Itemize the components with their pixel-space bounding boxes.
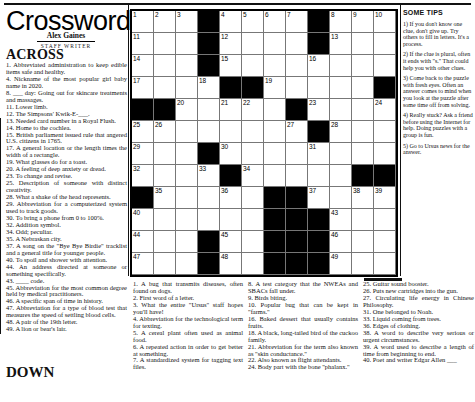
clue-item: 18. A black, long-tailed bird of the cuc… <box>248 330 358 344</box>
grid-cell[interactable] <box>242 231 264 253</box>
grid-cell[interactable] <box>154 55 176 77</box>
clue-item: 40. Poet and writer Edgar Allen ___ <box>363 357 474 364</box>
grid-cell-black <box>308 209 330 231</box>
grid-cell[interactable] <box>330 187 352 209</box>
grid-cell[interactable] <box>242 187 264 209</box>
grid-cell[interactable]: 25 <box>132 121 154 143</box>
tip-item: 1) If you don't know one clue, don't giv… <box>403 21 474 47</box>
grid-cell[interactable]: 22 <box>242 99 264 121</box>
down-clue-list-col1: 1. A bug that transmits diseases, often … <box>133 281 243 371</box>
grid-cell[interactable] <box>308 77 330 99</box>
grid-cell-black <box>198 11 220 33</box>
grid-cell-black <box>308 231 330 253</box>
page-edge-rule <box>0 118 1 334</box>
grid-cell[interactable]: 10 <box>374 11 396 33</box>
grid-cell[interactable]: 49 <box>330 253 352 275</box>
grid-cell[interactable] <box>286 143 308 165</box>
cell-number: 43 <box>331 209 338 216</box>
grid-cell[interactable] <box>176 121 198 143</box>
grid-cell[interactable]: 40 <box>132 209 154 231</box>
grid-cell[interactable] <box>154 231 176 253</box>
cell-number: 12 <box>221 33 228 40</box>
cell-number: 46 <box>331 231 338 238</box>
clue-item: 4. Abbreviation for the technological te… <box>133 316 243 330</box>
tip-item: 2) If the clue is plural, often it ends … <box>403 51 474 71</box>
cell-number: 20 <box>177 99 184 106</box>
grid-cell-black <box>198 55 220 77</box>
cell-number: 9 <box>353 11 357 18</box>
grid-cell[interactable]: 16 <box>308 55 330 77</box>
grid-cell[interactable]: 7 <box>286 11 308 33</box>
cell-number: 44 <box>133 231 140 238</box>
grid-cell-black <box>374 77 396 99</box>
grid-cell-black <box>220 77 242 99</box>
grid-cell-black <box>220 165 242 187</box>
clue-item: 15. British parliament issued rule that … <box>6 132 127 146</box>
grid-cell-black <box>286 231 308 253</box>
cell-number: 15 <box>221 55 228 62</box>
cell-number: 28 <box>331 121 338 128</box>
tips-list: 1) If you don't know one clue, don't giv… <box>403 21 474 156</box>
cell-number: 29 <box>133 143 140 150</box>
grid-cell[interactable]: 39 <box>374 187 396 209</box>
grid-cell[interactable]: 32 <box>132 165 154 187</box>
grid-cell[interactable] <box>176 77 198 99</box>
grid-cell[interactable] <box>154 165 176 187</box>
down-clue-list-col3: 25. Guitar sound booster.26. Puts new ca… <box>363 281 474 364</box>
grid-cell[interactable] <box>352 209 374 231</box>
clue-item: 44. An address directed at someone or so… <box>6 264 127 278</box>
grid-cell-black <box>308 11 330 33</box>
tip-item: 3) Come back to the puzzle with fresh ey… <box>403 75 474 108</box>
grid-cell[interactable]: 24 <box>374 99 396 121</box>
grid-cell[interactable] <box>374 143 396 165</box>
cell-number: 37 <box>309 187 316 194</box>
grid-cell[interactable]: 27 <box>286 121 308 143</box>
grid-cell-black <box>374 165 396 187</box>
clue-item: 17. A general location or the length tim… <box>6 145 127 159</box>
cell-number: 13 <box>331 33 338 40</box>
grid-cell-black <box>286 99 308 121</box>
grid-cell[interactable] <box>154 253 176 275</box>
grid-cell[interactable] <box>220 121 242 143</box>
grid-cell[interactable] <box>154 143 176 165</box>
cell-number: 34 <box>243 165 250 172</box>
grid-cell[interactable]: 3 <box>176 11 198 33</box>
cell-number: 24 <box>375 99 382 106</box>
grid-cell[interactable] <box>264 121 286 143</box>
grid-cell[interactable] <box>154 209 176 231</box>
grid-cell-black <box>308 121 330 143</box>
cell-number: 17 <box>133 77 140 84</box>
grid-cell[interactable]: 33 <box>198 165 220 187</box>
cell-number: 26 <box>155 121 162 128</box>
grid-cell[interactable] <box>286 55 308 77</box>
down-clue-list-col2: 8. A test category that the NWEAs and SB… <box>248 281 358 371</box>
clue-item: 25. Description of someone with distinct… <box>6 180 127 194</box>
grid-cell-black <box>198 33 220 55</box>
grid-cell[interactable]: 11 <box>132 33 154 55</box>
grid-cell[interactable] <box>242 253 264 275</box>
grid-cell[interactable]: 46 <box>330 231 352 253</box>
grid-cell[interactable] <box>264 55 286 77</box>
grid-cell[interactable] <box>242 33 264 55</box>
grid-cell-black <box>132 187 154 209</box>
grid-cell[interactable] <box>374 253 396 275</box>
cell-number: 10 <box>375 11 382 18</box>
grid-cell[interactable] <box>176 55 198 77</box>
grid-cell-black <box>286 209 308 231</box>
grid-cell[interactable] <box>352 33 374 55</box>
clue-item: 39. A word used to describe a length of … <box>363 344 474 358</box>
grid-cell-black <box>352 165 374 187</box>
grid-cell[interactable] <box>352 99 374 121</box>
grid-cell[interactable]: 2 <box>154 11 176 33</box>
grid-cell-black <box>198 143 220 165</box>
grid-cell[interactable] <box>286 33 308 55</box>
grid-cell[interactable] <box>264 99 286 121</box>
grid-cell-black <box>198 231 220 253</box>
cell-number: 8 <box>331 11 335 18</box>
grid-cell[interactable] <box>264 165 286 187</box>
grid-cell[interactable]: 5 <box>242 11 264 33</box>
down-header: DOWN <box>6 364 54 381</box>
grid-cell[interactable]: 8 <box>330 11 352 33</box>
grid-cell-black <box>286 253 308 275</box>
grid-cell[interactable]: 35 <box>154 187 176 209</box>
grid-cell[interactable]: 12 <box>220 33 242 55</box>
grid-cell-black <box>154 99 176 121</box>
grid-cell[interactable] <box>176 33 198 55</box>
cell-number: 2 <box>155 11 159 18</box>
clue-item: 1. Abbreviated administration to keep ed… <box>6 62 127 76</box>
grid-cell[interactable] <box>352 143 374 165</box>
grid-cell[interactable] <box>176 209 198 231</box>
clue-item: 29. Abbreviation for a computerized syst… <box>6 201 127 215</box>
clue-item: 4. Nickname of the most popular girl bab… <box>6 76 127 90</box>
clue-item: 6. A repeated action in order to get bet… <box>133 344 243 358</box>
cell-number: 33 <box>199 165 206 172</box>
clue-item: 21. Abbreviation for the term also known… <box>248 344 358 358</box>
grid-cell-black <box>132 99 154 121</box>
grid-cell[interactable] <box>264 143 286 165</box>
clue-item: 24. Body part with the bone "phalanx." <box>248 364 358 371</box>
cell-number: 21 <box>221 99 228 106</box>
grid-cell[interactable] <box>352 253 374 275</box>
cell-number: 23 <box>309 99 316 106</box>
grid-cell-black <box>264 231 286 253</box>
grid-cell[interactable]: 47 <box>132 253 154 275</box>
grid-cell[interactable]: 38 <box>352 187 374 209</box>
grid-cell[interactable] <box>198 121 220 143</box>
grid-cell[interactable]: 14 <box>132 55 154 77</box>
cell-number: 49 <box>331 253 338 260</box>
grid-cell[interactable] <box>352 77 374 99</box>
grid-cell[interactable] <box>154 33 176 55</box>
grid-cell[interactable]: 17 <box>132 77 154 99</box>
cell-number: 7 <box>287 11 291 18</box>
grid-cell[interactable]: 36 <box>220 187 242 209</box>
grid-cell[interactable]: 18 <box>198 77 220 99</box>
cell-number: 40 <box>133 209 140 216</box>
grid-cell[interactable]: 9 <box>352 11 374 33</box>
grid-cell[interactable] <box>176 253 198 275</box>
grid-cell[interactable] <box>286 77 308 99</box>
grid-cell[interactable] <box>176 165 198 187</box>
grid-cell[interactable] <box>220 209 242 231</box>
cell-number: 18 <box>199 77 206 84</box>
grid-cell[interactable] <box>374 231 396 253</box>
clue-item: 45. Abbreviation for the most common deg… <box>6 285 127 299</box>
grid-cell[interactable] <box>330 55 352 77</box>
cell-number: 47 <box>133 253 140 260</box>
cell-number: 39 <box>375 187 382 194</box>
cell-number: 32 <box>133 165 140 172</box>
grid-cell[interactable] <box>264 33 286 55</box>
grid-cell[interactable] <box>352 121 374 143</box>
cell-number: 48 <box>221 253 228 260</box>
clue-item: 10. Popular bug that can be kept in "far… <box>248 302 358 316</box>
grid-cell-black <box>286 187 308 209</box>
cell-number: 22 <box>243 99 250 106</box>
tip-item: 4) Really stuck? Ask a friend before usi… <box>403 112 474 138</box>
grid-cell[interactable]: 26 <box>154 121 176 143</box>
grid-cell-black <box>198 253 220 275</box>
cell-number: 38 <box>353 187 360 194</box>
grid-cell[interactable] <box>176 187 198 209</box>
crossword-grid[interactable]: 1234567891011121314151617181920212223242… <box>130 9 398 277</box>
byline-author: Alex Gaines <box>8 31 124 40</box>
tips-column: SOME TIPS 1) If you don't know one clue,… <box>403 9 474 160</box>
clue-item: 27. Circulating life energy in Chinese P… <box>363 295 474 309</box>
clue-item: 5. A cereal plant often used as animal f… <box>133 330 243 344</box>
grid-cell[interactable]: 20 <box>176 99 198 121</box>
clue-item: 38. A word to describe very serious or u… <box>363 330 474 344</box>
cell-number: 36 <box>221 187 228 194</box>
grid-cell[interactable] <box>352 55 374 77</box>
column-rule-right <box>400 4 401 276</box>
grid-cell[interactable] <box>242 209 264 231</box>
grid-cell[interactable]: 48 <box>220 253 242 275</box>
cell-number: 19 <box>265 77 272 84</box>
grid-cell-black <box>264 253 286 275</box>
grid-cell[interactable] <box>330 165 352 187</box>
grid-cell[interactable] <box>308 165 330 187</box>
cell-number: 16 <box>309 55 316 62</box>
grid-cell[interactable] <box>330 143 352 165</box>
grid-cell[interactable]: 29 <box>132 143 154 165</box>
column-rule-left <box>128 4 129 276</box>
cell-number: 3 <box>177 11 181 18</box>
grid-cell[interactable]: 28 <box>330 121 352 143</box>
grid-cell[interactable] <box>286 165 308 187</box>
byline-rule <box>37 41 95 42</box>
newspaper-crossword-page: Crossword Alex Gaines STAFF WRITER ACROS… <box>0 0 475 402</box>
clue-item: 49. A lion or bear's lair. <box>6 326 127 333</box>
grid-cell[interactable]: 21 <box>220 99 242 121</box>
grid-cell[interactable]: 6 <box>264 11 286 33</box>
grid-cell[interactable]: 45 <box>220 231 242 253</box>
clue-item: 8. A test category that the NWEAs and SB… <box>248 281 358 295</box>
cell-number: 25 <box>133 121 140 128</box>
clue-item: 7. A standardized system for tagging tex… <box>133 357 243 371</box>
grid-cell[interactable] <box>374 209 396 231</box>
across-clue-list: 1. Abbreviated administration to keep ed… <box>6 62 127 333</box>
grid-cell[interactable]: 1 <box>132 11 154 33</box>
grid-cell[interactable] <box>330 99 352 121</box>
cell-number: 31 <box>309 143 316 150</box>
grid-cell[interactable] <box>330 77 352 99</box>
grid-cell[interactable] <box>198 209 220 231</box>
clue-item: 8. ___ day: Going out for skincare treat… <box>6 90 127 104</box>
grid-cell-black <box>308 253 330 275</box>
grid-cell-black <box>242 77 264 99</box>
grid-cell[interactable]: 15 <box>220 55 242 77</box>
grid-cell[interactable]: 13 <box>330 33 352 55</box>
grid-cell[interactable] <box>176 231 198 253</box>
grid-cell[interactable]: 30 <box>220 143 242 165</box>
tips-header: SOME TIPS <box>403 9 474 16</box>
cell-number: 14 <box>133 55 140 62</box>
grid-cell[interactable] <box>374 33 396 55</box>
grid-cell[interactable] <box>242 55 264 77</box>
clue-item: 47. Abbreviation for a type of blood tes… <box>6 305 127 319</box>
cell-number: 30 <box>221 143 228 150</box>
grid-cell-black <box>308 33 330 55</box>
cell-number: 4 <box>221 11 225 18</box>
grid-cell[interactable]: 37 <box>308 187 330 209</box>
cell-number: 27 <box>287 121 294 128</box>
grid-cell[interactable]: 34 <box>242 165 264 187</box>
cell-number: 1 <box>133 11 137 18</box>
grid-cell[interactable] <box>352 231 374 253</box>
tip-item: 5) Go to Ursus news for the answer. <box>403 143 474 156</box>
grid-cell[interactable]: 43 <box>330 209 352 231</box>
grid-cell[interactable] <box>176 143 198 165</box>
grid-cell[interactable]: 4 <box>220 11 242 33</box>
grid-cell[interactable]: 19 <box>264 77 286 99</box>
grid-cell[interactable]: 31 <box>308 143 330 165</box>
cell-number: 45 <box>221 231 228 238</box>
grid-cell[interactable] <box>154 77 176 99</box>
cell-number: 6 <box>265 11 269 18</box>
clue-item: 16. Baked dessert that usually contains … <box>248 316 358 330</box>
grid-cell[interactable] <box>374 121 396 143</box>
cell-number: 35 <box>155 187 162 194</box>
grid-cell[interactable] <box>198 187 220 209</box>
grid-cell-black <box>264 187 286 209</box>
clue-item: 37. A song on the "Bye Bye Birdie" track… <box>6 243 127 257</box>
cell-number: 11 <box>133 33 140 40</box>
grid-cell[interactable] <box>242 143 264 165</box>
grid-cell[interactable] <box>198 99 220 121</box>
clue-item: 3. What the entire "Ursus" staff hopes y… <box>133 302 243 316</box>
cell-number: 5 <box>243 11 247 18</box>
grid-cell-black <box>264 209 286 231</box>
clue-item: 1. A bug that transmits diseases, often … <box>133 281 243 295</box>
grid-cell[interactable] <box>374 55 396 77</box>
grid-cell[interactable] <box>242 121 264 143</box>
grid-cell[interactable]: 23 <box>308 99 330 121</box>
grid-cell[interactable]: 44 <box>132 231 154 253</box>
